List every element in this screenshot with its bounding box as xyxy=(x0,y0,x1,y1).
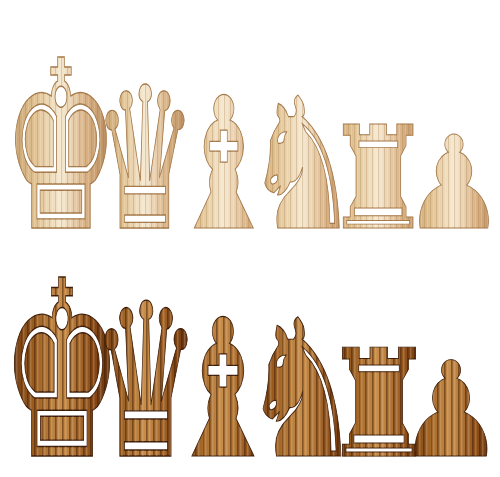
product-photo: ♚ ♚ ♛ ♛ ♝ ♝ ♞ ♞ ♜ ♜ ♟ ♟ xyxy=(0,0,500,477)
light-pawn-grain: ♟ xyxy=(402,109,500,259)
light-pawn: ♟ ♟ xyxy=(402,109,500,259)
dark-pawn-grain: ♟ xyxy=(397,334,500,477)
dark-pawn: ♟ ♟ xyxy=(397,334,500,477)
chess-pieces-graphic: ♚ ♚ ♛ ♛ ♝ ♝ ♞ ♞ ♜ ♜ ♟ ♟ xyxy=(0,0,500,477)
